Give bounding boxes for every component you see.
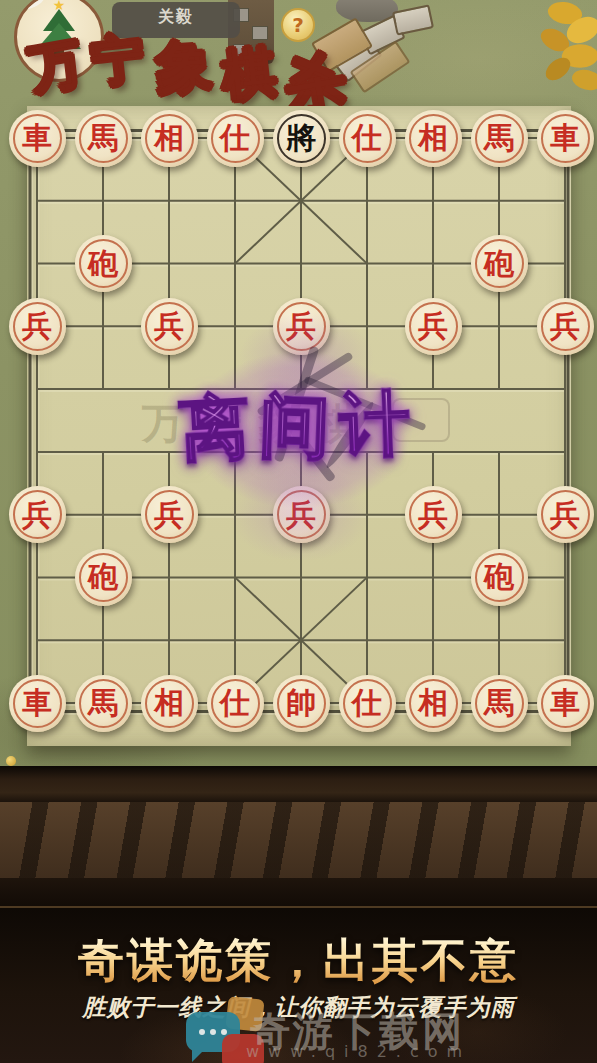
piece-character: 兵 xyxy=(550,500,580,530)
piece-character: 將 xyxy=(286,123,316,153)
piece-red-soldier[interactable]: 兵 xyxy=(141,298,198,355)
piece-red-horse[interactable]: 馬 xyxy=(471,675,528,732)
piece-character: 相 xyxy=(154,688,184,718)
piece-character: 仕 xyxy=(352,123,382,153)
piece-red-elephant[interactable]: 相 xyxy=(405,675,462,732)
piece-character: 兵 xyxy=(286,311,316,341)
piece-character: 仕 xyxy=(352,688,382,718)
piece-red-chariot[interactable]: 車 xyxy=(537,110,594,167)
game-logo: 万宁象棋杀 xyxy=(8,10,338,110)
piece-red-chariot[interactable]: 車 xyxy=(9,110,66,167)
piece-character: 帥 xyxy=(286,688,316,718)
piece-character: 兵 xyxy=(154,500,184,530)
piece-red-cannon[interactable]: 砲 xyxy=(471,549,528,606)
piece-character: 馬 xyxy=(88,123,118,153)
piece-character: 兵 xyxy=(22,311,52,341)
piece-character: 相 xyxy=(154,123,184,153)
piece-red-advisor[interactable]: 仕 xyxy=(339,675,396,732)
piece-red-soldier[interactable]: 兵 xyxy=(141,486,198,543)
char: 象 xyxy=(153,28,214,108)
piece-character: 砲 xyxy=(484,249,514,279)
piece-red-soldier[interactable]: 兵 xyxy=(405,298,462,355)
piece-character: 砲 xyxy=(484,562,514,592)
piece-character: 砲 xyxy=(88,562,118,592)
char: 棋 xyxy=(218,35,279,113)
piece-character: 兵 xyxy=(154,311,184,341)
piece-character: 兵 xyxy=(418,500,448,530)
piece-red-chariot[interactable]: 車 xyxy=(537,675,594,732)
piece-red-horse[interactable]: 馬 xyxy=(471,110,528,167)
piece-character: 仕 xyxy=(220,688,250,718)
piece-red-soldier[interactable]: 兵 xyxy=(9,298,66,355)
cropped-hud-element xyxy=(6,756,16,766)
piece-character: 車 xyxy=(550,688,580,718)
piece-red-cannon[interactable]: 砲 xyxy=(75,549,132,606)
promo-headline: 奇谋诡策，出其不意 xyxy=(0,930,597,992)
piece-character: 車 xyxy=(22,688,52,718)
piece-red-horse[interactable]: 馬 xyxy=(75,110,132,167)
piece-character: 馬 xyxy=(484,123,514,153)
piece-red-advisor[interactable]: 仕 xyxy=(339,110,396,167)
piece-character: 車 xyxy=(22,123,52,153)
piece-character: 仕 xyxy=(220,123,250,153)
piece-red-soldier[interactable]: 兵 xyxy=(405,486,462,543)
piece-red-general[interactable]: 帥 xyxy=(273,675,330,732)
piece-red-elephant[interactable]: 相 xyxy=(141,675,198,732)
char: 宁 xyxy=(88,23,147,98)
piece-character: 車 xyxy=(550,123,580,153)
site-watermark-url: www.qi82.com xyxy=(246,1042,471,1061)
piece-black-general[interactable]: 將 xyxy=(273,110,330,167)
piece-red-soldier[interactable]: 兵 xyxy=(9,486,66,543)
piece-red-horse[interactable]: 馬 xyxy=(75,675,132,732)
piece-character: 砲 xyxy=(88,249,118,279)
piece-character: 相 xyxy=(418,123,448,153)
piece-red-elephant[interactable]: 相 xyxy=(405,110,462,167)
piece-character: 兵 xyxy=(286,500,316,530)
app-screen: ★ 关毅 ? 万宁象棋杀 xyxy=(0,0,597,1063)
piece-character: 兵 xyxy=(550,311,580,341)
piece-red-soldier[interactable]: 兵 xyxy=(273,486,330,543)
piece-red-elephant[interactable]: 相 xyxy=(141,110,198,167)
piece-character: 相 xyxy=(418,688,448,718)
piece-red-soldier[interactable]: 兵 xyxy=(273,298,330,355)
piece-red-cannon[interactable]: 砲 xyxy=(75,235,132,292)
piece-character: 馬 xyxy=(484,688,514,718)
piece-red-chariot[interactable]: 車 xyxy=(9,675,66,732)
piece-character: 馬 xyxy=(88,688,118,718)
piece-red-soldier[interactable]: 兵 xyxy=(537,298,594,355)
piece-character: 兵 xyxy=(22,500,52,530)
piece-red-soldier[interactable]: 兵 xyxy=(537,486,594,543)
piece-red-advisor[interactable]: 仕 xyxy=(207,675,264,732)
piece-character: 兵 xyxy=(418,311,448,341)
piece-red-advisor[interactable]: 仕 xyxy=(207,110,264,167)
piece-red-cannon[interactable]: 砲 xyxy=(471,235,528,292)
xiangqi-board[interactable] xyxy=(27,106,571,746)
char: 万 xyxy=(24,28,87,106)
